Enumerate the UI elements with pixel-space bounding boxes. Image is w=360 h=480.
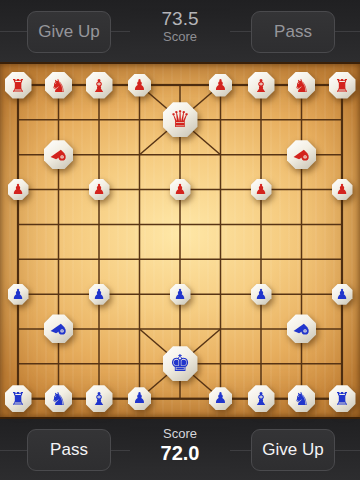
blue-horse-icon: ♞: [50, 385, 66, 412]
bottom-pass-button[interactable]: Pass: [27, 429, 111, 471]
blue-chariot-icon: ♜: [334, 385, 350, 412]
top-score-value: 73.5: [130, 8, 230, 30]
red-chariot-disc: ♜: [5, 72, 32, 99]
red-advisor-icon: ♟: [133, 74, 146, 97]
blue-chariot-icon: ♜: [10, 385, 26, 412]
red-advisor-icon: ♟: [214, 74, 227, 97]
blue-elephant-icon: ♝: [91, 385, 107, 412]
red-general-disc: ♛: [163, 102, 198, 137]
red-soldier-icon: ♟: [93, 179, 106, 200]
bottom-bar: Pass Score 72.0 Give Up: [0, 419, 360, 480]
blue-general-icon: ♚: [170, 346, 191, 381]
red-cannon-icon: [292, 147, 311, 162]
red-cannon-icon: [49, 147, 68, 162]
blue-cannon-icon: [49, 321, 68, 336]
red-soldier-icon: ♟: [336, 179, 349, 200]
top-score-block: 73.5 Score: [130, 8, 230, 54]
blue-advisor-disc: ♟: [209, 387, 232, 410]
red-horse-disc: ♞: [45, 72, 72, 99]
xiangqi-app: Give Up 73.5 Score Pass ♜♞♝♟♟♝♞♜♛♟♟♟♟♟♟♟…: [0, 0, 360, 480]
bottom-score-label: Score: [130, 427, 230, 442]
bottom-score-block: Score 72.0: [130, 427, 230, 473]
red-cannon-disc: [44, 140, 73, 169]
bottom-score-value: 72.0: [130, 442, 230, 465]
red-horse-icon: ♞: [293, 72, 309, 99]
top-bar: Give Up 73.5 Score Pass: [0, 0, 360, 62]
bottom-give-up-button[interactable]: Give Up: [251, 429, 335, 471]
blue-advisor-icon: ♟: [214, 387, 227, 410]
blue-soldier-icon: ♟: [174, 284, 187, 305]
top-give-up-button[interactable]: Give Up: [27, 11, 111, 53]
red-elephant-icon: ♝: [91, 72, 107, 99]
blue-soldier-icon: ♟: [255, 284, 268, 305]
red-general-icon: ♛: [170, 102, 191, 137]
red-chariot-icon: ♜: [334, 72, 350, 99]
top-pass-button[interactable]: Pass: [251, 11, 335, 53]
xiangqi-board[interactable]: ♜♞♝♟♟♝♞♜♛♟♟♟♟♟♟♟♟♟♟♚♜♞♝♟♟♝♞♜: [0, 62, 360, 419]
blue-soldier-icon: ♟: [12, 284, 25, 305]
blue-soldier-icon: ♟: [93, 284, 106, 305]
red-soldier-icon: ♟: [174, 179, 187, 200]
red-elephant-icon: ♝: [253, 72, 269, 99]
blue-cannon-icon: [292, 321, 311, 336]
red-chariot-icon: ♜: [10, 72, 26, 99]
red-soldier-icon: ♟: [12, 179, 25, 200]
blue-cannon-disc: [287, 314, 316, 343]
red-elephant-disc: ♝: [86, 72, 113, 99]
red-soldier-icon: ♟: [255, 179, 268, 200]
red-horse-icon: ♞: [50, 72, 66, 99]
blue-general-disc: ♚: [163, 346, 198, 381]
top-score-label: Score: [130, 30, 230, 45]
blue-soldier-icon: ♟: [336, 284, 349, 305]
blue-elephant-icon: ♝: [253, 385, 269, 412]
blue-advisor-icon: ♟: [133, 387, 146, 410]
blue-cannon-disc: [44, 314, 73, 343]
red-cannon-disc: [287, 140, 316, 169]
blue-horse-icon: ♞: [293, 385, 309, 412]
blue-advisor-disc: ♟: [128, 387, 151, 410]
